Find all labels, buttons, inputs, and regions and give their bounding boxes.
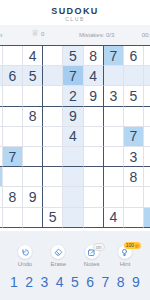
notes-toggle-badge: on (93, 243, 105, 251)
cell-r3c6[interactable]: 9 (84, 86, 104, 106)
cell-r2c2[interactable]: 6 (3, 66, 23, 86)
cell-r1c4[interactable] (43, 46, 63, 66)
cell-r4c6[interactable] (84, 107, 104, 127)
undo-icon (18, 245, 32, 259)
cell-r4c7[interactable] (104, 107, 124, 127)
cell-r5c7[interactable] (104, 127, 124, 147)
cell-r1c8[interactable]: 6 (124, 46, 144, 66)
cell-r7c3[interactable] (23, 167, 43, 187)
cell-r3c2[interactable] (3, 86, 23, 106)
cell-r7c2[interactable] (3, 167, 23, 187)
stats-bar: Medium ♕ 0 Mistakes: 0/3 00: (0, 25, 150, 45)
undo-button[interactable]: Undo (11, 245, 39, 267)
cell-r1c6[interactable]: 8 (84, 46, 104, 66)
cell-r5c2[interactable] (3, 127, 23, 147)
cell-r7c4[interactable] (43, 167, 63, 187)
cell-r6c4[interactable] (43, 147, 63, 167)
cell-r2c9[interactable] (144, 66, 150, 86)
app-title: SUDOKU (0, 7, 150, 16)
cell-r3c4[interactable] (43, 86, 63, 106)
cell-r8c9[interactable] (144, 187, 150, 207)
cell-r1c9[interactable] (144, 46, 150, 66)
cell-r2c6[interactable]: 4 (84, 66, 104, 86)
cell-r5c9[interactable] (144, 127, 150, 147)
cell-r5c6[interactable] (84, 127, 104, 147)
cell-r2c3[interactable]: 5 (23, 66, 43, 86)
numpad-key-3[interactable]: 3 (39, 274, 51, 290)
cell-r2c7[interactable] (104, 66, 124, 86)
cell-r8c6[interactable] (84, 187, 104, 207)
cell-r9c6[interactable] (84, 208, 104, 228)
cell-r9c7[interactable]: 4 (104, 208, 124, 228)
cell-r6c8[interactable]: 3 (124, 147, 144, 167)
mistakes-counter: Mistakes: 0/3 (79, 32, 114, 38)
cell-r6c9[interactable] (144, 147, 150, 167)
cell-r4c4[interactable] (43, 107, 63, 127)
cell-r9c9[interactable] (144, 208, 150, 228)
cell-r6c6[interactable] (84, 147, 104, 167)
cell-r7c5[interactable] (63, 167, 83, 187)
sudoku-app-screen: SUDOKU CLUB Medium ♕ 0 Mistakes: 0/3 00:… (0, 0, 150, 300)
cell-r2c4[interactable] (43, 66, 63, 86)
cell-r3c5[interactable]: 2 (63, 86, 83, 106)
cell-r8c3[interactable]: 9 (23, 187, 43, 207)
cell-r4c8[interactable] (124, 107, 144, 127)
cell-r3c3[interactable] (23, 86, 43, 106)
cell-r1c2[interactable] (3, 46, 23, 66)
sudoku-board: 458766574293589477388954 (0, 45, 150, 228)
undo-label: Undo (18, 261, 32, 267)
cell-r4c9[interactable] (144, 107, 150, 127)
cell-r6c5[interactable] (63, 147, 83, 167)
cell-r4c2[interactable] (3, 107, 23, 127)
cell-r8c2[interactable]: 8 (3, 187, 23, 207)
cell-r5c5[interactable]: 4 (63, 127, 83, 147)
app-header: SUDOKU CLUB (0, 0, 150, 25)
numpad-key-1[interactable]: 1 (8, 274, 20, 290)
cell-r9c3[interactable] (23, 208, 43, 228)
cell-r9c8[interactable] (124, 208, 144, 228)
numpad-key-9[interactable]: 9 (130, 274, 142, 290)
numpad-key-4[interactable]: 4 (54, 274, 66, 290)
cell-r9c5[interactable] (63, 208, 83, 228)
hint-button[interactable]: 100 Hint (111, 245, 139, 267)
app-subtitle: CLUB (0, 16, 150, 22)
cell-r5c8[interactable]: 7 (124, 127, 144, 147)
numpad-key-8[interactable]: 8 (115, 274, 127, 290)
hint-count-badge: 100 (124, 242, 141, 249)
numpad-key-2[interactable]: 2 (23, 274, 35, 290)
cell-r8c8[interactable] (124, 187, 144, 207)
coin-icon (135, 244, 139, 248)
cell-r9c2[interactable] (3, 208, 23, 228)
cell-r2c8[interactable] (124, 66, 144, 86)
score-value: 0 (41, 31, 44, 37)
cell-r7c7[interactable] (104, 167, 124, 187)
number-pad: 123456789 (0, 267, 150, 290)
numpad-key-7[interactable]: 7 (100, 274, 112, 290)
cell-r1c3[interactable]: 4 (23, 46, 43, 66)
hint-label: Hint (120, 261, 131, 267)
cell-r6c2[interactable]: 7 (3, 147, 23, 167)
erase-button[interactable]: Erase (44, 245, 72, 267)
cell-r5c3[interactable] (23, 127, 43, 147)
cell-r5c4[interactable] (43, 127, 63, 147)
eraser-icon (51, 245, 65, 259)
notes-button[interactable]: on Notes (78, 245, 106, 267)
cell-r2c5[interactable]: 7 (63, 66, 83, 86)
cell-r9c4[interactable]: 5 (43, 208, 63, 228)
cell-r7c9[interactable] (144, 167, 150, 187)
cell-r6c7[interactable] (104, 147, 124, 167)
timer: 00: (142, 32, 150, 38)
score-indicator: ♕ 0 (31, 29, 44, 38)
cell-r8c7[interactable] (104, 187, 124, 207)
cell-r3c7[interactable]: 3 (104, 86, 124, 106)
cell-r3c8[interactable]: 5 (124, 86, 144, 106)
cell-r4c5[interactable]: 9 (63, 107, 83, 127)
cell-r7c8[interactable]: 8 (124, 167, 144, 187)
numpad-key-5[interactable]: 5 (69, 274, 81, 290)
cell-r1c5[interactable]: 5 (63, 46, 83, 66)
notes-label: Notes (84, 261, 100, 267)
cell-r8c4[interactable] (43, 187, 63, 207)
erase-label: Erase (50, 261, 66, 267)
numpad-key-6[interactable]: 6 (84, 274, 96, 290)
cell-r3c9[interactable] (144, 86, 150, 106)
cell-r1c7[interactable]: 7 (104, 46, 124, 66)
cell-r7c6[interactable] (84, 167, 104, 187)
toolbar: Undo Erase on Notes 100 Hint (0, 231, 150, 267)
crown-icon: ♕ (31, 29, 39, 38)
cell-r6c3[interactable] (23, 147, 43, 167)
cell-r8c5[interactable] (63, 187, 83, 207)
difficulty-label[interactable]: Medium (0, 32, 9, 38)
control-panel: Undo Erase on Notes 100 Hint (0, 231, 150, 300)
board-viewport: 458766574293589477388954 (0, 45, 150, 231)
cell-r4c3[interactable]: 8 (23, 107, 43, 127)
